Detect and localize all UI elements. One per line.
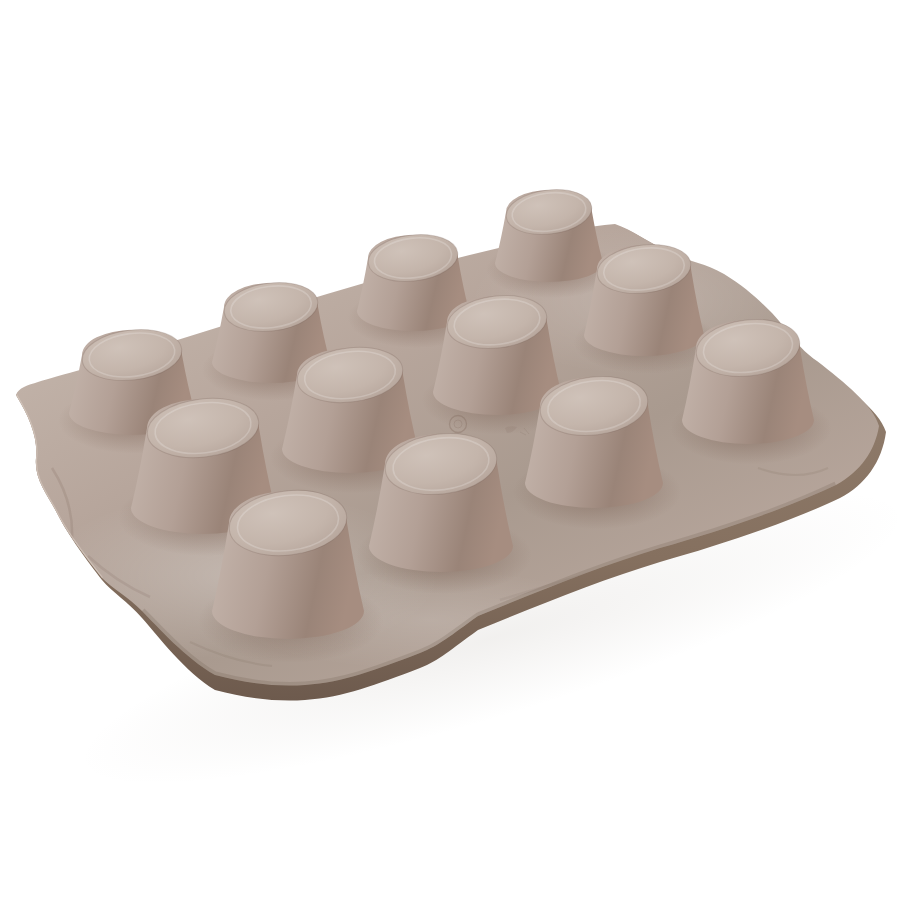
product-photo <box>0 0 900 900</box>
muffin-mold-svg <box>0 0 900 900</box>
